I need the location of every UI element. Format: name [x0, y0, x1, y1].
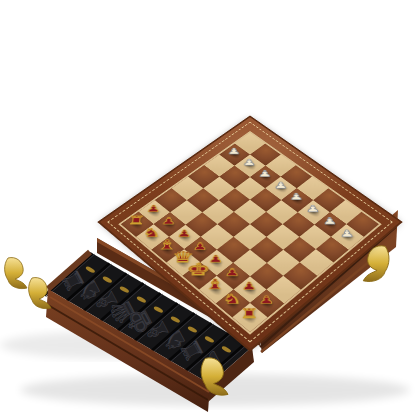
piece-glyph: ♟	[306, 204, 321, 213]
product-photo-stage: ♜♞♝♛♚♝♞♜♟ ♟♟♟♟♟♟♟♟♟♟♟♟♟♟♟♟♜♞♝♛♚♝♞♜	[0, 0, 416, 416]
piece-glyph: ♟	[322, 217, 337, 226]
piece-glyph: ♟	[242, 281, 257, 291]
piece-glyph: ♟	[339, 229, 354, 239]
piece-glyph: ♟	[161, 217, 176, 226]
piece-glyph: ♟	[242, 159, 256, 167]
piece-glyph: ♟	[177, 229, 192, 239]
piece-glyph: ♜	[128, 215, 146, 226]
piece-glyph: ♟	[289, 193, 303, 202]
piece-glyph: ♚	[186, 261, 211, 277]
piece-glyph: ♟	[273, 181, 287, 190]
piece-glyph: ♜	[240, 307, 258, 320]
piece-glyph: ♟	[258, 170, 272, 179]
piece-glyph: ♟	[146, 204, 161, 213]
foot-gold-left	[5, 258, 27, 289]
piece-glyph: ♟	[227, 148, 241, 156]
piece-glyph: ♟	[225, 268, 240, 278]
piece-glyph: ♝	[205, 278, 225, 292]
piece-glyph: ♞	[222, 292, 241, 305]
piece-glyph: ♟	[259, 295, 274, 306]
